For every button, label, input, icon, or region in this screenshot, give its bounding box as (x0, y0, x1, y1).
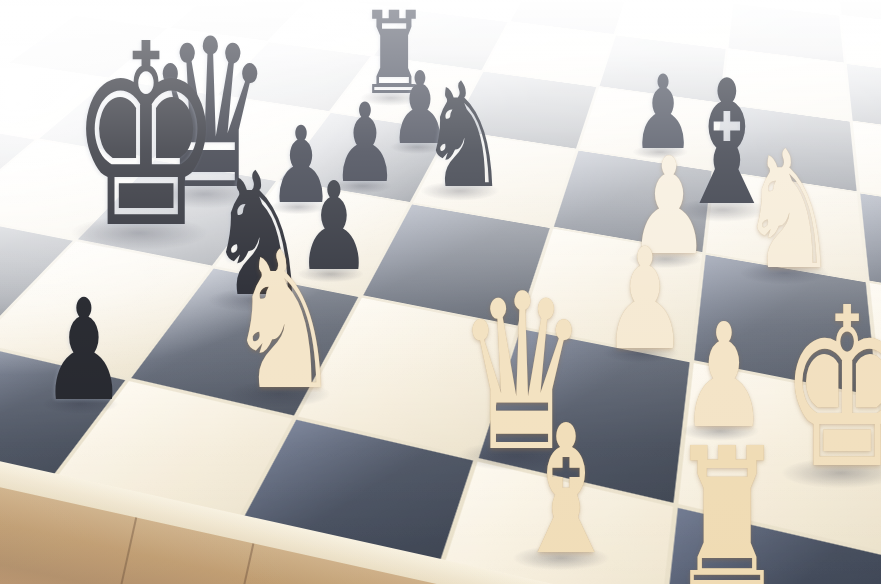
chess-photo-stage: ♜♟♟♟♞♛♟♝♚♟♞♟♞♟♞♟♟♛♚♝♜ (0, 0, 881, 584)
piece-white-pawn-f4: ♟ (602, 247, 687, 353)
piece-white-king-h2: ♚ (780, 306, 881, 473)
piece-white-rook-g1: ♜ (668, 446, 785, 584)
pieces-layer: ♜♟♟♟♞♛♟♝♚♟♞♟♞♟♞♟♟♛♚♝♜ (0, 0, 881, 584)
piece-white-knight-h5: ♞ (739, 149, 838, 273)
piece-white-bishop-e1: ♝ (512, 423, 621, 558)
piece-black-king-a5: ♚ (69, 41, 223, 233)
piece-white-knight-c3: ♞ (226, 250, 342, 394)
piece-black-knight-f6: ♞ (420, 81, 508, 191)
piece-black-pawn-a3: ♟ (41, 298, 126, 404)
